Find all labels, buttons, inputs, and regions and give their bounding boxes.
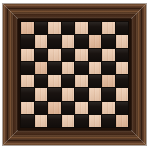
- square-b2[interactable]: [35, 102, 48, 114]
- square-c6[interactable]: [48, 49, 61, 61]
- square-a5[interactable]: [21, 62, 34, 74]
- square-b4[interactable]: [35, 75, 48, 87]
- square-c3[interactable]: [48, 88, 61, 100]
- square-f2[interactable]: [89, 102, 102, 114]
- square-f8[interactable]: [89, 22, 102, 34]
- frame-left-edge: [3, 4, 18, 145]
- square-a8[interactable]: [21, 22, 34, 34]
- square-e2[interactable]: [75, 102, 88, 114]
- square-e5[interactable]: [75, 62, 88, 74]
- chessboard: [18, 19, 131, 130]
- square-g1[interactable]: [102, 115, 115, 127]
- square-e6[interactable]: [75, 49, 88, 61]
- square-d6[interactable]: [62, 49, 75, 61]
- square-h8[interactable]: [116, 22, 129, 34]
- square-c5[interactable]: [48, 62, 61, 74]
- square-f4[interactable]: [89, 75, 102, 87]
- square-g8[interactable]: [102, 22, 115, 34]
- square-d7[interactable]: [62, 35, 75, 47]
- square-a2[interactable]: [21, 102, 34, 114]
- square-d1[interactable]: [62, 115, 75, 127]
- square-d4[interactable]: [62, 75, 75, 87]
- square-f6[interactable]: [89, 49, 102, 61]
- square-b5[interactable]: [35, 62, 48, 74]
- square-c4[interactable]: [48, 75, 61, 87]
- square-h2[interactable]: [116, 102, 129, 114]
- square-g3[interactable]: [102, 88, 115, 100]
- square-h4[interactable]: [116, 75, 129, 87]
- square-a1[interactable]: [21, 115, 34, 127]
- square-h7[interactable]: [116, 35, 129, 47]
- square-c2[interactable]: [48, 102, 61, 114]
- square-d3[interactable]: [62, 88, 75, 100]
- square-c7[interactable]: [48, 35, 61, 47]
- square-b8[interactable]: [35, 22, 48, 34]
- square-e4[interactable]: [75, 75, 88, 87]
- square-a6[interactable]: [21, 49, 34, 61]
- frame-right-edge: [131, 4, 146, 145]
- chessboard-frame: [3, 4, 146, 145]
- square-d5[interactable]: [62, 62, 75, 74]
- square-a4[interactable]: [21, 75, 34, 87]
- square-h6[interactable]: [116, 49, 129, 61]
- square-e3[interactable]: [75, 88, 88, 100]
- frame-top-edge: [3, 4, 146, 19]
- square-f3[interactable]: [89, 88, 102, 100]
- square-g2[interactable]: [102, 102, 115, 114]
- square-b6[interactable]: [35, 49, 48, 61]
- square-e1[interactable]: [75, 115, 88, 127]
- square-h3[interactable]: [116, 88, 129, 100]
- square-f7[interactable]: [89, 35, 102, 47]
- square-b7[interactable]: [35, 35, 48, 47]
- square-d8[interactable]: [62, 22, 75, 34]
- square-g4[interactable]: [102, 75, 115, 87]
- square-a3[interactable]: [21, 88, 34, 100]
- square-c8[interactable]: [48, 22, 61, 34]
- board-photo: [0, 0, 150, 150]
- square-f1[interactable]: [89, 115, 102, 127]
- square-b3[interactable]: [35, 88, 48, 100]
- square-g7[interactable]: [102, 35, 115, 47]
- frame-bottom-edge: [3, 130, 146, 145]
- square-b1[interactable]: [35, 115, 48, 127]
- square-h5[interactable]: [116, 62, 129, 74]
- square-h1[interactable]: [116, 115, 129, 127]
- square-e7[interactable]: [75, 35, 88, 47]
- square-e8[interactable]: [75, 22, 88, 34]
- square-f5[interactable]: [89, 62, 102, 74]
- square-c1[interactable]: [48, 115, 61, 127]
- square-g6[interactable]: [102, 49, 115, 61]
- square-d2[interactable]: [62, 102, 75, 114]
- square-a7[interactable]: [21, 35, 34, 47]
- square-g5[interactable]: [102, 62, 115, 74]
